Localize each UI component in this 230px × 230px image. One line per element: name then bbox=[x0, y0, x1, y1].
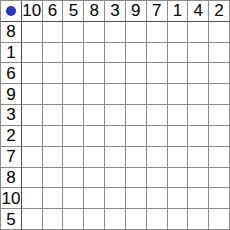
answer-cell[interactable] bbox=[147, 63, 168, 84]
answer-cell[interactable] bbox=[43, 43, 64, 64]
answer-cell[interactable] bbox=[126, 43, 147, 64]
answer-cell[interactable] bbox=[63, 84, 84, 105]
answer-cell[interactable] bbox=[63, 22, 84, 43]
answer-cell[interactable] bbox=[105, 22, 126, 43]
col-header-cell: 1 bbox=[168, 1, 189, 22]
col-header-cell: 5 bbox=[63, 1, 84, 22]
answer-cell[interactable] bbox=[22, 209, 43, 230]
answer-cell[interactable] bbox=[147, 105, 168, 126]
answer-cell[interactable] bbox=[105, 105, 126, 126]
answer-cell[interactable] bbox=[63, 168, 84, 189]
answer-cell[interactable] bbox=[209, 43, 230, 64]
answer-cell[interactable] bbox=[43, 209, 64, 230]
answer-cell[interactable] bbox=[105, 188, 126, 209]
answer-cell[interactable] bbox=[147, 126, 168, 147]
answer-cell[interactable] bbox=[84, 22, 105, 43]
corner-cell bbox=[1, 1, 22, 22]
answer-cell[interactable] bbox=[188, 63, 209, 84]
answer-cell[interactable] bbox=[168, 43, 189, 64]
answer-cell[interactable] bbox=[126, 105, 147, 126]
answer-cell[interactable] bbox=[168, 84, 189, 105]
answer-cell[interactable] bbox=[126, 84, 147, 105]
answer-cell[interactable] bbox=[43, 22, 64, 43]
answer-cell[interactable] bbox=[43, 63, 64, 84]
row-header-cell: 2 bbox=[1, 126, 22, 147]
row-header-cell: 5 bbox=[1, 209, 22, 230]
answer-cell[interactable] bbox=[168, 209, 189, 230]
row-header-cell: 8 bbox=[1, 22, 22, 43]
answer-cell[interactable] bbox=[43, 126, 64, 147]
row-header-cell: 10 bbox=[1, 188, 22, 209]
answer-cell[interactable] bbox=[168, 63, 189, 84]
answer-cell[interactable] bbox=[22, 22, 43, 43]
answer-cell[interactable] bbox=[22, 84, 43, 105]
corner-dot-icon bbox=[6, 6, 16, 16]
answer-cell[interactable] bbox=[84, 209, 105, 230]
row-header-cell: 3 bbox=[1, 105, 22, 126]
answer-cell[interactable] bbox=[105, 168, 126, 189]
answer-cell[interactable] bbox=[209, 105, 230, 126]
answer-cell[interactable] bbox=[126, 126, 147, 147]
col-header-cell: 4 bbox=[188, 1, 209, 22]
answer-cell[interactable] bbox=[168, 126, 189, 147]
answer-cell[interactable] bbox=[147, 147, 168, 168]
answer-cell[interactable] bbox=[168, 188, 189, 209]
answer-cell[interactable] bbox=[168, 22, 189, 43]
col-header-cell: 8 bbox=[84, 1, 105, 22]
col-header-cell: 2 bbox=[209, 1, 230, 22]
answer-cell[interactable] bbox=[22, 105, 43, 126]
answer-cell[interactable] bbox=[43, 188, 64, 209]
answer-cell[interactable] bbox=[63, 43, 84, 64]
answer-cell[interactable] bbox=[209, 188, 230, 209]
answer-cell[interactable] bbox=[126, 209, 147, 230]
answer-cell[interactable] bbox=[188, 126, 209, 147]
answer-cell[interactable] bbox=[84, 63, 105, 84]
col-header-cell: 6 bbox=[43, 1, 64, 22]
answer-cell[interactable] bbox=[168, 105, 189, 126]
row-header-cell: 7 bbox=[1, 147, 22, 168]
answer-cell[interactable] bbox=[147, 84, 168, 105]
answer-cell[interactable] bbox=[22, 63, 43, 84]
col-header-cell: 10 bbox=[22, 1, 43, 22]
answer-cell[interactable] bbox=[147, 43, 168, 64]
col-header-cell: 9 bbox=[126, 1, 147, 22]
answer-cell[interactable] bbox=[126, 147, 147, 168]
answer-cell[interactable] bbox=[188, 168, 209, 189]
answer-cell[interactable] bbox=[105, 43, 126, 64]
answer-cell[interactable] bbox=[209, 209, 230, 230]
answer-cell[interactable] bbox=[209, 168, 230, 189]
answer-cell[interactable] bbox=[43, 147, 64, 168]
answer-cell[interactable] bbox=[63, 147, 84, 168]
answer-cell[interactable] bbox=[209, 84, 230, 105]
answer-cell[interactable] bbox=[209, 22, 230, 43]
answer-cell[interactable] bbox=[43, 105, 64, 126]
answer-cell[interactable] bbox=[105, 209, 126, 230]
multiplication-grid: 1065839714281693278105 bbox=[0, 0, 230, 230]
answer-cell[interactable] bbox=[105, 63, 126, 84]
answer-cell[interactable] bbox=[105, 147, 126, 168]
answer-cell[interactable] bbox=[168, 168, 189, 189]
answer-cell[interactable] bbox=[84, 84, 105, 105]
answer-cell[interactable] bbox=[147, 22, 168, 43]
row-header-cell: 1 bbox=[1, 43, 22, 64]
answer-cell[interactable] bbox=[126, 188, 147, 209]
col-header-cell: 3 bbox=[105, 1, 126, 22]
answer-cell[interactable] bbox=[22, 126, 43, 147]
row-header-cell: 6 bbox=[1, 63, 22, 84]
answer-cell[interactable] bbox=[63, 105, 84, 126]
answer-cell[interactable] bbox=[105, 84, 126, 105]
answer-cell[interactable] bbox=[126, 63, 147, 84]
answer-cell[interactable] bbox=[147, 188, 168, 209]
answer-cell[interactable] bbox=[188, 43, 209, 64]
answer-cell[interactable] bbox=[188, 105, 209, 126]
answer-cell[interactable] bbox=[63, 126, 84, 147]
answer-cell[interactable] bbox=[43, 84, 64, 105]
answer-cell[interactable] bbox=[188, 188, 209, 209]
answer-cell[interactable] bbox=[22, 168, 43, 189]
answer-cell[interactable] bbox=[22, 188, 43, 209]
answer-cell[interactable] bbox=[22, 147, 43, 168]
answer-cell[interactable] bbox=[188, 147, 209, 168]
answer-cell[interactable] bbox=[84, 105, 105, 126]
answer-cell[interactable] bbox=[147, 168, 168, 189]
answer-cell[interactable] bbox=[63, 209, 84, 230]
answer-cell[interactable] bbox=[188, 22, 209, 43]
answer-cell[interactable] bbox=[22, 43, 43, 64]
answer-cell[interactable] bbox=[63, 63, 84, 84]
answer-cell[interactable] bbox=[188, 84, 209, 105]
answer-cell[interactable] bbox=[105, 126, 126, 147]
answer-cell[interactable] bbox=[126, 22, 147, 43]
answer-cell[interactable] bbox=[84, 168, 105, 189]
answer-cell[interactable] bbox=[84, 126, 105, 147]
answer-cell[interactable] bbox=[209, 126, 230, 147]
row-header-cell: 8 bbox=[1, 168, 22, 189]
answer-cell[interactable] bbox=[168, 147, 189, 168]
answer-cell[interactable] bbox=[43, 168, 64, 189]
answer-cell[interactable] bbox=[188, 209, 209, 230]
answer-cell[interactable] bbox=[126, 168, 147, 189]
answer-cell[interactable] bbox=[209, 63, 230, 84]
row-header-cell: 9 bbox=[1, 84, 22, 105]
answer-cell[interactable] bbox=[84, 147, 105, 168]
answer-cell[interactable] bbox=[84, 43, 105, 64]
answer-cell[interactable] bbox=[147, 209, 168, 230]
answer-cell[interactable] bbox=[84, 188, 105, 209]
answer-cell[interactable] bbox=[63, 188, 84, 209]
answer-cell[interactable] bbox=[209, 147, 230, 168]
col-header-cell: 7 bbox=[147, 1, 168, 22]
